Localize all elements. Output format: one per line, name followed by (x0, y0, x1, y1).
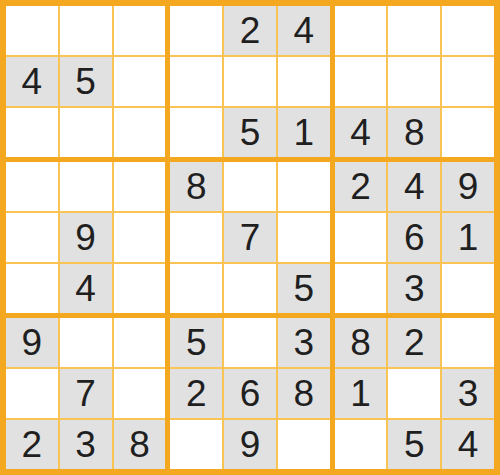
cell-r5c7[interactable] (335, 213, 387, 262)
cell-r6c4[interactable] (170, 264, 222, 313)
cell-r1c8[interactable] (388, 6, 440, 55)
cell-r8c6: 8 (278, 369, 330, 418)
cell-r7c4: 5 (170, 318, 222, 367)
cell-r4c7: 2 (335, 162, 387, 211)
cell-r7c1: 9 (6, 318, 58, 367)
cell-r5c1[interactable] (6, 213, 58, 262)
cell-r9c4[interactable] (170, 420, 222, 469)
cell-r8c9: 3 (442, 369, 494, 418)
cell-r3c8: 8 (388, 108, 440, 157)
cell-r9c6[interactable] (278, 420, 330, 469)
cell-r5c9: 1 (442, 213, 494, 262)
cell-r4c6[interactable] (278, 162, 330, 211)
cell-r1c3[interactable] (114, 6, 166, 55)
cell-r1c9[interactable] (442, 6, 494, 55)
cell-r9c9: 4 (442, 420, 494, 469)
cell-r1c2[interactable] (60, 6, 112, 55)
sudoku-board: 452451489487524961397238532689821354 (0, 0, 500, 475)
cell-r1c6: 4 (278, 6, 330, 55)
cell-r7c9[interactable] (442, 318, 494, 367)
cell-r9c3: 8 (114, 420, 166, 469)
cell-r2c5[interactable] (224, 57, 276, 106)
cell-r3c3[interactable] (114, 108, 166, 157)
cell-r2c4[interactable] (170, 57, 222, 106)
cell-r9c2: 3 (60, 420, 112, 469)
cell-r4c9: 9 (442, 162, 494, 211)
cell-r2c9[interactable] (442, 57, 494, 106)
cell-r7c7: 8 (335, 318, 387, 367)
cell-r8c4: 2 (170, 369, 222, 418)
cell-r2c6[interactable] (278, 57, 330, 106)
cell-r6c6: 5 (278, 264, 330, 313)
cell-r6c8: 3 (388, 264, 440, 313)
cell-r6c9[interactable] (442, 264, 494, 313)
cell-r4c8: 4 (388, 162, 440, 211)
cell-r7c3[interactable] (114, 318, 166, 367)
cell-r8c3[interactable] (114, 369, 166, 418)
cell-r4c1[interactable] (6, 162, 58, 211)
cell-r1c7[interactable] (335, 6, 387, 55)
box-0-0: 45 (6, 6, 165, 157)
cell-r4c4: 8 (170, 162, 222, 211)
cell-r3c6: 1 (278, 108, 330, 157)
cell-r3c5: 5 (224, 108, 276, 157)
cell-r6c1[interactable] (6, 264, 58, 313)
box-2-0: 97238 (6, 318, 165, 469)
cell-r1c5: 2 (224, 6, 276, 55)
cell-r1c4[interactable] (170, 6, 222, 55)
cell-r5c2: 9 (60, 213, 112, 262)
cell-r2c3[interactable] (114, 57, 166, 106)
cell-r6c5[interactable] (224, 264, 276, 313)
cell-r5c5: 7 (224, 213, 276, 262)
cell-r3c9[interactable] (442, 108, 494, 157)
cell-r7c8: 2 (388, 318, 440, 367)
cell-r5c3[interactable] (114, 213, 166, 262)
cell-r8c1[interactable] (6, 369, 58, 418)
box-1-2: 249613 (335, 162, 494, 313)
cell-r3c2[interactable] (60, 108, 112, 157)
cell-r8c2: 7 (60, 369, 112, 418)
box-0-1: 2451 (170, 6, 329, 157)
cell-r2c7[interactable] (335, 57, 387, 106)
cell-r7c6: 3 (278, 318, 330, 367)
cell-r5c8: 6 (388, 213, 440, 262)
cell-r7c2[interactable] (60, 318, 112, 367)
cell-r7c5[interactable] (224, 318, 276, 367)
cell-r3c1[interactable] (6, 108, 58, 157)
cell-r3c7: 4 (335, 108, 387, 157)
cell-r2c1: 4 (6, 57, 58, 106)
cell-r5c6[interactable] (278, 213, 330, 262)
cell-r9c8: 5 (388, 420, 440, 469)
cell-r4c3[interactable] (114, 162, 166, 211)
cell-r9c7[interactable] (335, 420, 387, 469)
cell-r1c1[interactable] (6, 6, 58, 55)
cell-r3c4[interactable] (170, 108, 222, 157)
box-2-2: 821354 (335, 318, 494, 469)
cell-r9c1: 2 (6, 420, 58, 469)
cell-r5c4[interactable] (170, 213, 222, 262)
cell-r8c5: 6 (224, 369, 276, 418)
box-1-0: 94 (6, 162, 165, 313)
cell-r2c8[interactable] (388, 57, 440, 106)
cell-r8c8[interactable] (388, 369, 440, 418)
cell-r6c7[interactable] (335, 264, 387, 313)
box-1-1: 875 (170, 162, 329, 313)
box-0-2: 48 (335, 6, 494, 157)
cell-r9c5: 9 (224, 420, 276, 469)
cell-r2c2: 5 (60, 57, 112, 106)
cell-r8c7: 1 (335, 369, 387, 418)
cell-r4c5[interactable] (224, 162, 276, 211)
cell-r4c2[interactable] (60, 162, 112, 211)
cell-r6c3[interactable] (114, 264, 166, 313)
box-2-1: 532689 (170, 318, 329, 469)
cell-r6c2: 4 (60, 264, 112, 313)
